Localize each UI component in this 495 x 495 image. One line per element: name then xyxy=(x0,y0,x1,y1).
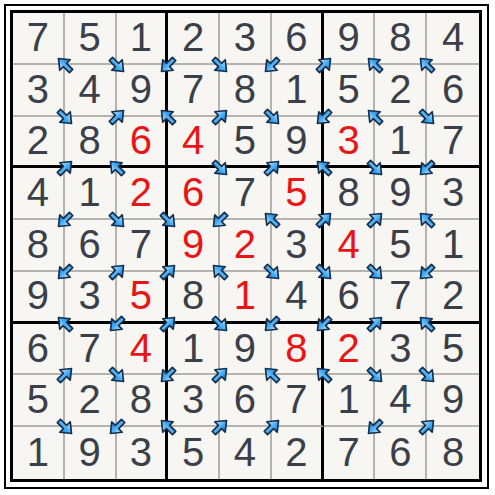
digit-red: 5 xyxy=(285,172,307,212)
digit: 3 xyxy=(285,224,307,264)
digit: 4 xyxy=(285,275,307,315)
digit: 8 xyxy=(234,69,256,109)
sudoku-cell-r8c9[interactable]: 9 xyxy=(427,375,479,427)
sudoku-board: 7512369843497815262864593174126758938679… xyxy=(10,10,482,482)
sudoku-cell-r8c1[interactable]: 5 xyxy=(13,375,65,427)
sudoku-cell-r7c6[interactable]: 8 xyxy=(272,324,324,376)
digit-red: 1 xyxy=(234,275,256,315)
sudoku-cell-r6c1[interactable]: 9 xyxy=(13,272,65,324)
sudoku-cell-r5c3[interactable]: 7 xyxy=(117,220,169,272)
digit: 8 xyxy=(27,224,49,264)
sudoku-cell-r3c5[interactable]: 5 xyxy=(220,117,272,169)
digit: 3 xyxy=(182,379,204,419)
digit-red: 2 xyxy=(234,224,256,264)
sudoku-cell-r6c3[interactable]: 5 xyxy=(117,272,169,324)
digit: 1 xyxy=(182,328,204,368)
digit: 5 xyxy=(27,379,49,419)
sudoku-cell-r7c9[interactable]: 5 xyxy=(427,324,479,376)
digit: 9 xyxy=(79,432,101,472)
sudoku-cell-r8c7[interactable]: 1 xyxy=(324,375,376,427)
digit: 9 xyxy=(234,328,256,368)
sudoku-cell-r5c5[interactable]: 2 xyxy=(220,220,272,272)
sudoku-cell-r8c8[interactable]: 4 xyxy=(375,375,427,427)
digit: 2 xyxy=(27,120,49,160)
sudoku-cell-r4c5[interactable]: 7 xyxy=(220,168,272,220)
digit: 1 xyxy=(337,379,359,419)
digit: 7 xyxy=(285,379,307,419)
sudoku-cell-r3c4[interactable]: 4 xyxy=(168,117,220,169)
sudoku-cell-r7c2[interactable]: 7 xyxy=(65,324,117,376)
digit: 9 xyxy=(27,275,49,315)
sudoku-cell-r9c3[interactable]: 3 xyxy=(117,427,169,479)
digit-red: 3 xyxy=(337,120,359,160)
sudoku-cell-r4c6[interactable]: 5 xyxy=(272,168,324,220)
sudoku-cell-r6c6[interactable]: 4 xyxy=(272,272,324,324)
digit: 3 xyxy=(389,328,411,368)
digit: 5 xyxy=(79,17,101,57)
digit-red: 4 xyxy=(182,120,204,160)
digit: 7 xyxy=(337,432,359,472)
sudoku-cell-r1c2[interactable]: 5 xyxy=(65,13,117,65)
sudoku-cell-r3c9[interactable]: 7 xyxy=(427,117,479,169)
sudoku-cell-r3c7[interactable]: 3 xyxy=(324,117,376,169)
digit: 7 xyxy=(234,172,256,212)
sudoku-cell-r1c6[interactable]: 6 xyxy=(272,13,324,65)
sudoku-cell-r2c3[interactable]: 9 xyxy=(117,65,169,117)
sudoku-cell-r6c2[interactable]: 3 xyxy=(65,272,117,324)
digit: 8 xyxy=(337,172,359,212)
sudoku-cell-r1c1[interactable]: 7 xyxy=(13,13,65,65)
sudoku-cell-r1c9[interactable]: 4 xyxy=(427,13,479,65)
digit: 4 xyxy=(234,432,256,472)
digit: 5 xyxy=(337,69,359,109)
sudoku-cell-r4c7[interactable]: 8 xyxy=(324,168,376,220)
digit-red: 4 xyxy=(130,328,152,368)
digit: 4 xyxy=(79,69,101,109)
sudoku-cell-r9c2[interactable]: 9 xyxy=(65,427,117,479)
digit: 6 xyxy=(79,224,101,264)
sudoku-cell-r4c2[interactable]: 1 xyxy=(65,168,117,220)
sudoku-cell-r3c2[interactable]: 8 xyxy=(65,117,117,169)
digit: 8 xyxy=(130,379,152,419)
digit: 5 xyxy=(182,432,204,472)
sudoku-cell-r9c6[interactable]: 2 xyxy=(272,427,324,479)
digit: 7 xyxy=(27,17,49,57)
sudoku-cell-r5c2[interactable]: 6 xyxy=(65,220,117,272)
sudoku-cell-r5c4[interactable]: 9 xyxy=(168,220,220,272)
digit: 7 xyxy=(389,275,411,315)
digit: 2 xyxy=(182,17,204,57)
sudoku-cell-r3c3[interactable]: 6 xyxy=(117,117,169,169)
sudoku-cell-r3c1[interactable]: 2 xyxy=(13,117,65,169)
sudoku-cell-r8c3[interactable]: 8 xyxy=(117,375,169,427)
digit: 8 xyxy=(182,275,204,315)
digit: 5 xyxy=(389,224,411,264)
digit-red: 5 xyxy=(130,275,152,315)
sudoku-cell-r6c5[interactable]: 1 xyxy=(220,272,272,324)
sudoku-cell-r2c6[interactable]: 1 xyxy=(272,65,324,117)
digit-red: 6 xyxy=(182,172,204,212)
digit: 2 xyxy=(285,432,307,472)
sudoku-cell-r2c9[interactable]: 6 xyxy=(427,65,479,117)
sudoku-cell-r9c7[interactable]: 7 xyxy=(324,427,376,479)
sudoku-cell-r8c5[interactable]: 6 xyxy=(220,375,272,427)
digit: 9 xyxy=(389,172,411,212)
digit: 6 xyxy=(234,379,256,419)
sudoku-cell-r7c1[interactable]: 6 xyxy=(13,324,65,376)
digit: 6 xyxy=(442,69,464,109)
digit: 1 xyxy=(285,69,307,109)
digit: 9 xyxy=(442,379,464,419)
digit: 3 xyxy=(234,17,256,57)
sudoku-cell-r2c5[interactable]: 8 xyxy=(220,65,272,117)
sudoku-cell-r9c4[interactable]: 5 xyxy=(168,427,220,479)
sudoku-cell-r7c3[interactable]: 4 xyxy=(117,324,169,376)
sudoku-cell-r4c4[interactable]: 6 xyxy=(168,168,220,220)
digit: 3 xyxy=(130,432,152,472)
sudoku-cell-r7c8[interactable]: 3 xyxy=(375,324,427,376)
sudoku-cell-r2c8[interactable]: 2 xyxy=(375,65,427,117)
digit: 7 xyxy=(182,69,204,109)
digit-red: 6 xyxy=(130,120,152,160)
sudoku-cell-r3c8[interactable]: 1 xyxy=(375,117,427,169)
digit: 6 xyxy=(27,328,49,368)
digit-red: 4 xyxy=(337,224,359,264)
digit: 5 xyxy=(234,120,256,160)
digit: 2 xyxy=(79,379,101,419)
sudoku-cell-r7c4[interactable]: 1 xyxy=(168,324,220,376)
sudoku-cell-r5c6[interactable]: 3 xyxy=(272,220,324,272)
sudoku-cell-r7c5[interactable]: 9 xyxy=(220,324,272,376)
digit: 4 xyxy=(389,379,411,419)
sudoku-cell-r3c6[interactable]: 9 xyxy=(272,117,324,169)
digit-red: 8 xyxy=(285,328,307,368)
digit: 1 xyxy=(27,432,49,472)
digit: 7 xyxy=(130,224,152,264)
digit-red: 2 xyxy=(337,328,359,368)
sudoku-cell-r8c6[interactable]: 7 xyxy=(272,375,324,427)
sudoku-cell-r4c9[interactable]: 3 xyxy=(427,168,479,220)
sudoku-cell-r4c3[interactable]: 2 xyxy=(117,168,169,220)
sudoku-cell-r6c8[interactable]: 7 xyxy=(375,272,427,324)
sudoku-cell-r2c4[interactable]: 7 xyxy=(168,65,220,117)
sudoku-cell-r5c7[interactable]: 4 xyxy=(324,220,376,272)
sudoku-cell-r9c1[interactable]: 1 xyxy=(13,427,65,479)
digit: 2 xyxy=(389,69,411,109)
sudoku-cell-r6c4[interactable]: 8 xyxy=(168,272,220,324)
digit: 9 xyxy=(130,69,152,109)
sudoku-cell-r5c1[interactable]: 8 xyxy=(13,220,65,272)
digit: 8 xyxy=(79,120,101,160)
digit: 8 xyxy=(442,432,464,472)
digit: 7 xyxy=(79,328,101,368)
digit: 5 xyxy=(442,328,464,368)
digit: 1 xyxy=(79,172,101,212)
sudoku-cell-r1c3[interactable]: 1 xyxy=(117,13,169,65)
digit: 9 xyxy=(285,120,307,160)
digit: 6 xyxy=(337,275,359,315)
digit: 8 xyxy=(389,17,411,57)
sudoku-cell-r8c4[interactable]: 3 xyxy=(168,375,220,427)
digit: 6 xyxy=(389,432,411,472)
sudoku-cell-r1c8[interactable]: 8 xyxy=(375,13,427,65)
digit: 7 xyxy=(442,120,464,160)
digit-red: 2 xyxy=(130,172,152,212)
sudoku-cell-r2c1[interactable]: 3 xyxy=(13,65,65,117)
sudoku-cell-r1c5[interactable]: 3 xyxy=(220,13,272,65)
sudoku-cell-r2c2[interactable]: 4 xyxy=(65,65,117,117)
digit: 1 xyxy=(389,120,411,160)
sudoku-cell-r9c9[interactable]: 8 xyxy=(427,427,479,479)
digit: 3 xyxy=(79,275,101,315)
sudoku-cell-r4c1[interactable]: 4 xyxy=(13,168,65,220)
sudoku-cell-r4c8[interactable]: 9 xyxy=(375,168,427,220)
sudoku-cell-r1c4[interactable]: 2 xyxy=(168,13,220,65)
sudoku-cell-r5c9[interactable]: 1 xyxy=(427,220,479,272)
digit: 6 xyxy=(285,17,307,57)
digit: 1 xyxy=(130,17,152,57)
sudoku-cell-r2c7[interactable]: 5 xyxy=(324,65,376,117)
digit: 9 xyxy=(337,17,359,57)
sudoku-cell-r9c5[interactable]: 4 xyxy=(220,427,272,479)
digit: 4 xyxy=(442,17,464,57)
sudoku-cell-r8c2[interactable]: 2 xyxy=(65,375,117,427)
digit: 3 xyxy=(27,69,49,109)
sudoku-cell-r7c7[interactable]: 2 xyxy=(324,324,376,376)
sudoku-cell-r6c9[interactable]: 2 xyxy=(427,272,479,324)
digit: 3 xyxy=(442,172,464,212)
digit: 2 xyxy=(442,275,464,315)
sudoku-cell-r9c8[interactable]: 6 xyxy=(375,427,427,479)
digit: 4 xyxy=(27,172,49,212)
sudoku-cell-r1c7[interactable]: 9 xyxy=(324,13,376,65)
digit: 1 xyxy=(442,224,464,264)
sudoku-cell-r6c7[interactable]: 6 xyxy=(324,272,376,324)
digit-red: 9 xyxy=(182,224,204,264)
sudoku-cell-r5c8[interactable]: 5 xyxy=(375,220,427,272)
